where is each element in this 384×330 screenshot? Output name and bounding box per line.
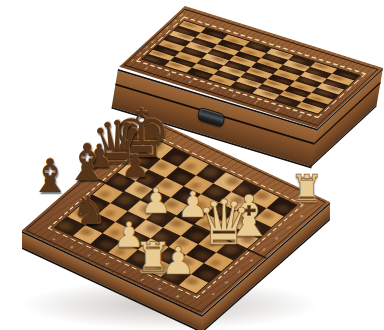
black-king: ♚ [108,101,175,168]
white-rook: ♜ [132,237,175,280]
white-queen: ♛ [193,192,255,254]
white-bishop: ♝ [221,188,278,245]
white-pawn: ♟ [139,184,174,219]
black-pawn: ♟ [83,140,115,172]
product-photo-background: abcdefgh12345678 abcdefgh12345678 ♝♝♟♛♚♞… [0,0,384,330]
black-knight: ♞ [69,190,109,230]
white-pawn: ♟ [175,187,211,223]
white-pawn: ♟ [112,218,147,253]
pieces-layer: ♝♝♟♛♚♞♟♟♟♛♝♜♟♜♟ [0,0,384,330]
black-bishop: ♝ [27,153,73,199]
black-pawn: ♟ [119,150,151,182]
white-rook: ♜ [288,170,326,208]
black-queen: ♛ [88,113,147,172]
black-bishop: ♝ [62,137,113,188]
white-pawn: ♟ [159,242,197,280]
